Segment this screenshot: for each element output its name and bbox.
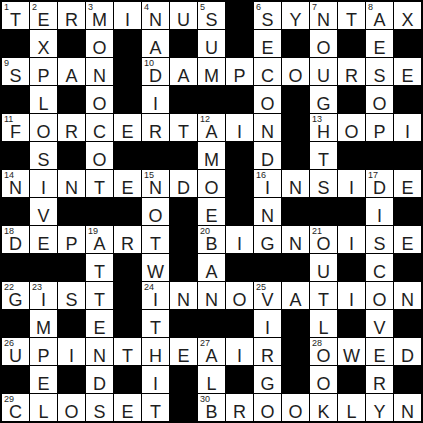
cell-r11c15[interactable]: N bbox=[394, 282, 421, 309]
cell-r1c10[interactable]: 6S bbox=[254, 2, 281, 29]
cell-letter: S bbox=[254, 11, 281, 29]
cell-r9c1[interactable]: 18D bbox=[2, 226, 29, 253]
cell-letter: N bbox=[198, 291, 225, 309]
cell-r15c6[interactable]: T bbox=[142, 394, 169, 421]
block-r13c11 bbox=[282, 338, 309, 365]
cell-letter: T bbox=[338, 11, 365, 29]
cell-r13c5[interactable]: T bbox=[114, 338, 141, 365]
cell-r9c8[interactable]: 20B bbox=[198, 226, 225, 253]
cell-r8c2[interactable]: V bbox=[30, 198, 57, 225]
block-r2c5 bbox=[114, 30, 141, 57]
cell-r15c14[interactable]: Y bbox=[366, 394, 393, 421]
cell-r15c15[interactable]: N bbox=[394, 394, 421, 421]
block-r10c9 bbox=[226, 254, 253, 281]
cell-r14c8[interactable]: L bbox=[198, 366, 225, 393]
cell-letter: G bbox=[254, 375, 281, 393]
cell-r12c10[interactable]: I bbox=[254, 310, 281, 337]
cell-r10c6[interactable]: W bbox=[142, 254, 169, 281]
cell-letter: N bbox=[86, 347, 113, 365]
cell-r10c4[interactable]: T bbox=[86, 254, 113, 281]
cell-r9c10[interactable]: G bbox=[254, 226, 281, 253]
cell-r7c10[interactable]: 16I bbox=[254, 170, 281, 197]
cell-r9c15[interactable]: E bbox=[394, 226, 421, 253]
cell-r14c6[interactable]: I bbox=[142, 366, 169, 393]
cell-r9c14[interactable]: S bbox=[366, 226, 393, 253]
cell-r9c11[interactable]: N bbox=[282, 226, 309, 253]
cell-r15c10[interactable]: O bbox=[254, 394, 281, 421]
cell-r7c1[interactable]: 14N bbox=[2, 170, 29, 197]
cell-r1c12[interactable]: 7N bbox=[310, 2, 337, 29]
cell-letter: V bbox=[254, 291, 281, 309]
cell-r5c15[interactable]: I bbox=[394, 114, 421, 141]
cell-r5c6[interactable]: R bbox=[142, 114, 169, 141]
cell-letter: C bbox=[254, 67, 281, 85]
cell-letter: E bbox=[114, 179, 141, 197]
cell-r3c14[interactable]: S bbox=[366, 58, 393, 85]
cell-r5c2[interactable]: O bbox=[30, 114, 57, 141]
cell-r3c4[interactable]: N bbox=[86, 58, 113, 85]
cell-letter: D bbox=[254, 151, 281, 169]
cell-r10c12[interactable]: U bbox=[310, 254, 337, 281]
cell-letter: L bbox=[198, 375, 225, 393]
block-r2c3 bbox=[58, 30, 85, 57]
block-r4c1 bbox=[2, 86, 29, 113]
cell-r7c4[interactable]: T bbox=[86, 170, 113, 197]
cell-r1c8[interactable]: 5S bbox=[198, 2, 225, 29]
block-r1c9 bbox=[226, 2, 253, 29]
cell-r14c10[interactable]: G bbox=[254, 366, 281, 393]
cell-r13c15[interactable]: D bbox=[394, 338, 421, 365]
cell-letter: O bbox=[254, 403, 281, 421]
cell-r6c12[interactable]: T bbox=[310, 142, 337, 169]
cell-r4c6[interactable]: I bbox=[142, 86, 169, 113]
block-r6c1 bbox=[2, 142, 29, 169]
cell-r15c3[interactable]: O bbox=[58, 394, 85, 421]
cell-r1c13[interactable]: T bbox=[338, 2, 365, 29]
block-r14c1 bbox=[2, 366, 29, 393]
block-r9c7 bbox=[170, 226, 197, 253]
cell-letter: S bbox=[198, 11, 225, 29]
cell-letter: R bbox=[142, 123, 169, 141]
block-r10c10 bbox=[254, 254, 281, 281]
cell-letter: T bbox=[170, 123, 197, 141]
cell-letter: S bbox=[366, 235, 393, 253]
cell-r5c1[interactable]: 11F bbox=[2, 114, 29, 141]
cell-letter: C bbox=[86, 123, 113, 141]
cell-letter: I bbox=[142, 291, 169, 309]
cell-r11c9[interactable]: O bbox=[226, 282, 253, 309]
cell-r1c6[interactable]: 4N bbox=[142, 2, 169, 29]
cell-r13c12[interactable]: 28O bbox=[310, 338, 337, 365]
cell-r12c4[interactable]: E bbox=[86, 310, 113, 337]
cell-r6c8[interactable]: M bbox=[198, 142, 225, 169]
cell-r1c15[interactable]: X bbox=[394, 2, 421, 29]
cell-r2c4[interactable]: O bbox=[86, 30, 113, 57]
cell-r5c8[interactable]: 12A bbox=[198, 114, 225, 141]
block-r4c7 bbox=[170, 86, 197, 113]
cell-r12c14[interactable]: V bbox=[366, 310, 393, 337]
block-r4c3 bbox=[58, 86, 85, 113]
cell-letter: E bbox=[254, 39, 281, 57]
cell-r3c6[interactable]: 10D bbox=[142, 58, 169, 85]
cell-r5c3[interactable]: R bbox=[58, 114, 85, 141]
cell-letter: A bbox=[198, 123, 225, 141]
cell-r13c4[interactable]: N bbox=[86, 338, 113, 365]
block-r10c2 bbox=[30, 254, 57, 281]
cell-r9c3[interactable]: P bbox=[58, 226, 85, 253]
cell-r5c13[interactable]: O bbox=[338, 114, 365, 141]
cell-r7c14[interactable]: 17D bbox=[366, 170, 393, 197]
cell-r13c6[interactable]: H bbox=[142, 338, 169, 365]
cell-r5c7[interactable]: T bbox=[170, 114, 197, 141]
block-r10c7 bbox=[170, 254, 197, 281]
block-r8c4 bbox=[86, 198, 113, 225]
block-r2c1 bbox=[2, 30, 29, 57]
cell-letter: A bbox=[198, 347, 225, 365]
cell-r13c9[interactable]: I bbox=[226, 338, 253, 365]
cell-r2c14[interactable]: E bbox=[366, 30, 393, 57]
cell-letter: O bbox=[254, 95, 281, 113]
cell-r15c2[interactable]: L bbox=[30, 394, 57, 421]
cell-letter: O bbox=[282, 67, 309, 85]
block-r12c15 bbox=[394, 310, 421, 337]
block-r6c13 bbox=[338, 142, 365, 169]
cell-r1c3[interactable]: R bbox=[58, 2, 85, 29]
cell-r11c6[interactable]: 24I bbox=[142, 282, 169, 309]
cell-r10c8[interactable]: A bbox=[198, 254, 225, 281]
cell-r11c11[interactable]: A bbox=[282, 282, 309, 309]
block-r6c5 bbox=[114, 142, 141, 169]
cell-letter: T bbox=[142, 403, 169, 421]
cell-r14c14[interactable]: R bbox=[366, 366, 393, 393]
cell-r2c6[interactable]: A bbox=[142, 30, 169, 57]
cell-r5c12[interactable]: 13H bbox=[310, 114, 337, 141]
cell-letter: N bbox=[394, 403, 421, 421]
cell-r12c2[interactable]: M bbox=[30, 310, 57, 337]
cell-r3c12[interactable]: U bbox=[310, 58, 337, 85]
block-r12c5 bbox=[114, 310, 141, 337]
block-r8c11 bbox=[282, 198, 309, 225]
cell-letter: B bbox=[198, 235, 225, 253]
block-r14c7 bbox=[170, 366, 197, 393]
cell-letter: N bbox=[254, 123, 281, 141]
cell-letter: I bbox=[254, 319, 281, 337]
cell-r5c4[interactable]: C bbox=[86, 114, 113, 141]
block-r5c11 bbox=[282, 114, 309, 141]
cell-letter: M bbox=[86, 11, 113, 29]
block-r8c9 bbox=[226, 198, 253, 225]
cell-r15c5[interactable]: E bbox=[114, 394, 141, 421]
cell-r7c2[interactable]: I bbox=[30, 170, 57, 197]
cell-letter: O bbox=[310, 375, 337, 393]
cell-letter: E bbox=[198, 207, 225, 225]
cell-r13c2[interactable]: P bbox=[30, 338, 57, 365]
block-r4c8 bbox=[198, 86, 225, 113]
cell-r4c12[interactable]: G bbox=[310, 86, 337, 113]
cell-r9c5[interactable]: R bbox=[114, 226, 141, 253]
cell-r6c2[interactable]: S bbox=[30, 142, 57, 169]
cell-r7c3[interactable]: N bbox=[58, 170, 85, 197]
cell-r14c2[interactable]: E bbox=[30, 366, 57, 393]
cell-letter: H bbox=[142, 347, 169, 365]
block-r4c13 bbox=[338, 86, 365, 113]
cell-letter: X bbox=[30, 39, 57, 57]
cell-r9c4[interactable]: 19A bbox=[86, 226, 113, 253]
cell-r1c7[interactable]: U bbox=[170, 2, 197, 29]
cell-r11c1[interactable]: 22G bbox=[2, 282, 29, 309]
cell-r12c6[interactable]: T bbox=[142, 310, 169, 337]
cell-r11c7[interactable]: N bbox=[170, 282, 197, 309]
block-r15c7 bbox=[170, 394, 197, 421]
cell-r2c12[interactable]: O bbox=[310, 30, 337, 57]
cell-letter: A bbox=[142, 39, 169, 57]
cell-letter: G bbox=[2, 291, 29, 309]
cell-letter: T bbox=[86, 291, 113, 309]
cell-letter: L bbox=[30, 403, 57, 421]
cell-r11c2[interactable]: 23I bbox=[30, 282, 57, 309]
block-r12c11 bbox=[282, 310, 309, 337]
cell-r8c10[interactable]: N bbox=[254, 198, 281, 225]
cell-r15c11[interactable]: O bbox=[282, 394, 309, 421]
cell-letter: E bbox=[394, 179, 421, 197]
cell-r3c11[interactable]: O bbox=[282, 58, 309, 85]
cell-r5c14[interactable]: P bbox=[366, 114, 393, 141]
cell-r13c13[interactable]: W bbox=[338, 338, 365, 365]
cell-letter: R bbox=[226, 403, 253, 421]
crossword-grid: 1T2ER3MI4NU5S6SY7NT8AXXOAUEOE9SPAN10DAMP… bbox=[0, 0, 423, 423]
cell-letter: I bbox=[338, 235, 365, 253]
block-r12c3 bbox=[58, 310, 85, 337]
block-r12c8 bbox=[198, 310, 225, 337]
cell-letter: F bbox=[2, 123, 29, 141]
cell-r13c3[interactable]: I bbox=[58, 338, 85, 365]
cell-letter: V bbox=[30, 207, 57, 225]
cell-r1c11[interactable]: Y bbox=[282, 2, 309, 29]
cell-r14c4[interactable]: D bbox=[86, 366, 113, 393]
cell-r13c14[interactable]: E bbox=[366, 338, 393, 365]
cell-r14c12[interactable]: O bbox=[310, 366, 337, 393]
cell-letter: E bbox=[170, 347, 197, 365]
block-r8c7 bbox=[170, 198, 197, 225]
cell-letter: C bbox=[2, 403, 29, 421]
cell-r11c3[interactable]: S bbox=[58, 282, 85, 309]
cell-r11c10[interactable]: 25V bbox=[254, 282, 281, 309]
cell-r15c9[interactable]: R bbox=[226, 394, 253, 421]
cell-letter: A bbox=[86, 235, 113, 253]
cell-letter: D bbox=[394, 347, 421, 365]
cell-r10c14[interactable]: C bbox=[366, 254, 393, 281]
cell-r13c1[interactable]: 26U bbox=[2, 338, 29, 365]
cell-letter: B bbox=[198, 403, 225, 421]
cell-r11c13[interactable]: I bbox=[338, 282, 365, 309]
block-r14c15 bbox=[394, 366, 421, 393]
cell-letter: O bbox=[366, 95, 393, 113]
cell-letter: P bbox=[58, 235, 85, 253]
cell-letter: I bbox=[254, 179, 281, 197]
cell-r3c13[interactable]: R bbox=[338, 58, 365, 85]
cell-r7c15[interactable]: E bbox=[394, 170, 421, 197]
cell-r1c2[interactable]: 2E bbox=[30, 2, 57, 29]
cell-r15c4[interactable]: S bbox=[86, 394, 113, 421]
cell-r3c1[interactable]: 9S bbox=[2, 58, 29, 85]
cell-letter: I bbox=[338, 291, 365, 309]
block-r14c13 bbox=[338, 366, 365, 393]
block-r12c9 bbox=[226, 310, 253, 337]
cell-r15c12[interactable]: K bbox=[310, 394, 337, 421]
cell-r8c14[interactable]: I bbox=[366, 198, 393, 225]
cell-letter: U bbox=[310, 67, 337, 85]
block-r6c7 bbox=[170, 142, 197, 169]
cell-letter: N bbox=[58, 179, 85, 197]
cell-r13c10[interactable]: R bbox=[254, 338, 281, 365]
cell-r3c7[interactable]: A bbox=[170, 58, 197, 85]
block-r2c9 bbox=[226, 30, 253, 57]
cell-letter: O bbox=[310, 235, 337, 253]
block-r4c11 bbox=[282, 86, 309, 113]
cell-letter: S bbox=[366, 67, 393, 85]
cell-r1c1[interactable]: 1T bbox=[2, 2, 29, 29]
cell-r9c9[interactable]: I bbox=[226, 226, 253, 253]
cell-r4c10[interactable]: O bbox=[254, 86, 281, 113]
cell-letter: T bbox=[114, 347, 141, 365]
cell-r5c10[interactable]: N bbox=[254, 114, 281, 141]
cell-r7c8[interactable]: O bbox=[198, 170, 225, 197]
cell-r9c6[interactable]: T bbox=[142, 226, 169, 253]
cell-r9c13[interactable]: I bbox=[338, 226, 365, 253]
cell-letter: A bbox=[198, 263, 225, 281]
cell-r11c8[interactable]: N bbox=[198, 282, 225, 309]
cell-letter: C bbox=[366, 263, 393, 281]
cell-letter: O bbox=[86, 95, 113, 113]
cell-r12c12[interactable]: L bbox=[310, 310, 337, 337]
cell-r5c5[interactable]: E bbox=[114, 114, 141, 141]
cell-letter: R bbox=[58, 123, 85, 141]
cell-r3c2[interactable]: P bbox=[30, 58, 57, 85]
cell-letter: R bbox=[58, 11, 85, 29]
cell-r1c14[interactable]: 8A bbox=[366, 2, 393, 29]
cell-r13c8[interactable]: 27A bbox=[198, 338, 225, 365]
cell-r6c4[interactable]: O bbox=[86, 142, 113, 169]
cell-r7c5[interactable]: E bbox=[114, 170, 141, 197]
block-r12c1 bbox=[2, 310, 29, 337]
cell-r7c13[interactable]: I bbox=[338, 170, 365, 197]
cell-r11c12[interactable]: T bbox=[310, 282, 337, 309]
block-r14c11 bbox=[282, 366, 309, 393]
cell-letter: R bbox=[114, 235, 141, 253]
block-r2c13 bbox=[338, 30, 365, 57]
cell-r7c6[interactable]: 15N bbox=[142, 170, 169, 197]
cell-r7c11[interactable]: N bbox=[282, 170, 309, 197]
cell-letter: N bbox=[394, 291, 421, 309]
cell-r6c10[interactable]: D bbox=[254, 142, 281, 169]
cell-r9c12[interactable]: 21O bbox=[310, 226, 337, 253]
cell-r7c7[interactable]: D bbox=[170, 170, 197, 197]
cell-r13c7[interactable]: E bbox=[170, 338, 197, 365]
cell-letter: O bbox=[310, 39, 337, 57]
cell-r3c9[interactable]: P bbox=[226, 58, 253, 85]
cell-letter: P bbox=[366, 123, 393, 141]
cell-letter: O bbox=[366, 291, 393, 309]
cell-r8c8[interactable]: E bbox=[198, 198, 225, 225]
cell-letter: D bbox=[170, 179, 197, 197]
cell-letter: W bbox=[338, 347, 365, 365]
cell-letter: R bbox=[366, 375, 393, 393]
cell-letter: M bbox=[198, 151, 225, 169]
block-r11c5 bbox=[114, 282, 141, 309]
cell-letter: D bbox=[2, 235, 29, 253]
cell-r1c5[interactable]: I bbox=[114, 2, 141, 29]
cell-r4c14[interactable]: O bbox=[366, 86, 393, 113]
cell-r11c14[interactable]: O bbox=[366, 282, 393, 309]
cell-letter: T bbox=[142, 235, 169, 253]
cell-r3c10[interactable]: C bbox=[254, 58, 281, 85]
block-r6c9 bbox=[226, 142, 253, 169]
cell-letter: P bbox=[30, 347, 57, 365]
cell-r15c13[interactable]: L bbox=[338, 394, 365, 421]
block-r6c14 bbox=[366, 142, 393, 169]
cell-r15c8[interactable]: 30B bbox=[198, 394, 225, 421]
cell-letter: A bbox=[366, 11, 393, 29]
cell-r11c4[interactable]: T bbox=[86, 282, 113, 309]
cell-r3c8[interactable]: M bbox=[198, 58, 225, 85]
cell-letter: E bbox=[86, 319, 113, 337]
cell-letter: I bbox=[338, 179, 365, 197]
block-r10c1 bbox=[2, 254, 29, 281]
cell-letter: U bbox=[2, 347, 29, 365]
cell-letter: A bbox=[282, 291, 309, 309]
cell-r9c2[interactable]: E bbox=[30, 226, 57, 253]
cell-r3c3[interactable]: A bbox=[58, 58, 85, 85]
cell-letter: I bbox=[58, 347, 85, 365]
cell-letter: D bbox=[366, 179, 393, 197]
block-r14c5 bbox=[114, 366, 141, 393]
cell-r4c2[interactable]: L bbox=[30, 86, 57, 113]
cell-r2c10[interactable]: E bbox=[254, 30, 281, 57]
cell-r7c12[interactable]: S bbox=[310, 170, 337, 197]
cell-r4c4[interactable]: O bbox=[86, 86, 113, 113]
block-r4c5 bbox=[114, 86, 141, 113]
block-r8c15 bbox=[394, 198, 421, 225]
cell-letter: N bbox=[86, 67, 113, 85]
cell-letter: I bbox=[142, 375, 169, 393]
cell-r2c8[interactable]: U bbox=[198, 30, 225, 57]
block-r6c6 bbox=[142, 142, 169, 169]
cell-letter: S bbox=[2, 67, 29, 85]
cell-letter: E bbox=[366, 347, 393, 365]
cell-letter: T bbox=[86, 179, 113, 197]
cell-letter: V bbox=[366, 319, 393, 337]
block-r10c15 bbox=[394, 254, 421, 281]
cell-r15c1[interactable]: 29C bbox=[2, 394, 29, 421]
cell-r8c6[interactable]: O bbox=[142, 198, 169, 225]
cell-letter: I bbox=[142, 95, 169, 113]
cell-r3c15[interactable]: E bbox=[394, 58, 421, 85]
cell-r5c9[interactable]: I bbox=[226, 114, 253, 141]
cell-letter: X bbox=[394, 11, 421, 29]
cell-letter: O bbox=[226, 291, 253, 309]
block-r7c9 bbox=[226, 170, 253, 197]
cell-letter: D bbox=[142, 67, 169, 85]
cell-r1c4[interactable]: 3M bbox=[86, 2, 113, 29]
cell-r2c2[interactable]: X bbox=[30, 30, 57, 57]
cell-letter: S bbox=[86, 403, 113, 421]
cell-letter: I bbox=[226, 347, 253, 365]
cell-letter: O bbox=[282, 403, 309, 421]
cell-letter: M bbox=[198, 67, 225, 85]
block-r8c3 bbox=[58, 198, 85, 225]
cell-letter: Y bbox=[366, 403, 393, 421]
block-r10c5 bbox=[114, 254, 141, 281]
